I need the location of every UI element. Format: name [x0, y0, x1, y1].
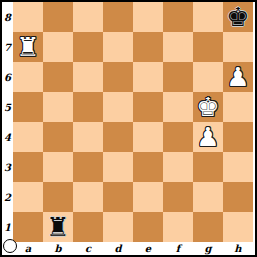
square-e2 — [133, 182, 163, 212]
square-h4 — [223, 122, 253, 152]
piece-white-rook-a7: ♜ — [16, 32, 39, 62]
square-a6 — [13, 62, 43, 92]
piece-black-rook-b1: ♜ — [46, 212, 69, 242]
square-a7: ♜ — [13, 32, 43, 62]
square-h3 — [223, 152, 253, 182]
square-g5: ♚ — [193, 92, 223, 122]
square-a2 — [13, 182, 43, 212]
square-f5 — [163, 92, 193, 122]
piece-white-pawn-g4: ♟ — [196, 122, 219, 152]
square-e1 — [133, 212, 163, 242]
square-c8 — [73, 2, 103, 32]
square-b5 — [43, 92, 73, 122]
square-c3 — [73, 152, 103, 182]
rank-label-3: 3 — [2, 152, 13, 182]
square-h2 — [223, 182, 253, 212]
square-e4 — [133, 122, 163, 152]
square-e7 — [133, 32, 163, 62]
square-b3 — [43, 152, 73, 182]
square-a1 — [13, 212, 43, 242]
square-c4 — [73, 122, 103, 152]
square-g2 — [193, 182, 223, 212]
square-d7 — [103, 32, 133, 62]
square-g3 — [193, 152, 223, 182]
square-d8 — [103, 2, 133, 32]
square-e5 — [133, 92, 163, 122]
square-h8: ♚ — [223, 2, 253, 32]
file-label-d: d — [103, 242, 133, 255]
square-f8 — [163, 2, 193, 32]
square-b1: ♜ — [43, 212, 73, 242]
square-g6 — [193, 62, 223, 92]
square-b2 — [43, 182, 73, 212]
square-g7 — [193, 32, 223, 62]
square-f6 — [163, 62, 193, 92]
file-label-c: c — [73, 242, 103, 255]
square-b4 — [43, 122, 73, 152]
file-label-e: e — [133, 242, 163, 255]
square-g4: ♟ — [193, 122, 223, 152]
rank-label-7: 7 — [2, 32, 13, 62]
piece-white-pawn-h6: ♟ — [226, 62, 249, 92]
square-d3 — [103, 152, 133, 182]
square-d2 — [103, 182, 133, 212]
square-c6 — [73, 62, 103, 92]
file-label-a: a — [13, 242, 43, 255]
square-c1 — [73, 212, 103, 242]
square-a3 — [13, 152, 43, 182]
file-label-h: h — [223, 242, 253, 255]
square-b8 — [43, 2, 73, 32]
rank-label-5: 5 — [2, 92, 13, 122]
rank-label-8: 8 — [2, 2, 13, 32]
white-to-move-indicator — [3, 239, 17, 253]
square-d5 — [103, 92, 133, 122]
piece-black-king-h8: ♚ — [226, 2, 249, 32]
square-g1 — [193, 212, 223, 242]
file-label-f: f — [163, 242, 193, 255]
square-e6 — [133, 62, 163, 92]
square-a5 — [13, 92, 43, 122]
square-d4 — [103, 122, 133, 152]
square-f3 — [163, 152, 193, 182]
square-d1 — [103, 212, 133, 242]
file-label-g: g — [193, 242, 223, 255]
file-label-b: b — [43, 242, 73, 255]
square-f7 — [163, 32, 193, 62]
square-h1 — [223, 212, 253, 242]
piece-white-king-g5: ♚ — [196, 92, 219, 122]
square-f2 — [163, 182, 193, 212]
square-c2 — [73, 182, 103, 212]
square-g8 — [193, 2, 223, 32]
rank-label-6: 6 — [2, 62, 13, 92]
square-a4 — [13, 122, 43, 152]
square-d6 — [103, 62, 133, 92]
square-h6: ♟ — [223, 62, 253, 92]
rank-label-4: 4 — [2, 122, 13, 152]
rank-label-1: 1 — [2, 212, 13, 242]
square-a8 — [13, 2, 43, 32]
square-f4 — [163, 122, 193, 152]
square-e8 — [133, 2, 163, 32]
chess-diagram: 87654321 ♚♜♟♚♟♜ abcdefgh — [0, 0, 257, 257]
square-e3 — [133, 152, 163, 182]
square-c7 — [73, 32, 103, 62]
square-b7 — [43, 32, 73, 62]
square-h5 — [223, 92, 253, 122]
square-f1 — [163, 212, 193, 242]
square-h7 — [223, 32, 253, 62]
chess-board: ♚♜♟♚♟♜ — [13, 2, 253, 242]
rank-labels: 87654321 — [2, 2, 13, 242]
file-labels: abcdefgh — [13, 242, 253, 255]
rank-label-2: 2 — [2, 182, 13, 212]
square-c5 — [73, 92, 103, 122]
square-b6 — [43, 62, 73, 92]
